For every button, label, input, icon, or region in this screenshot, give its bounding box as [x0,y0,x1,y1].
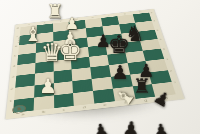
piece-black-pawn-captured: ♟ [152,121,170,134]
coord-label: c [54,107,75,112]
coord-label: b [33,109,54,114]
coord-label: h [156,95,177,100]
coord-label: f [115,100,136,105]
photo-scene: abcdefgh abcdefgh 87654321 87654321 ♞ ∗∗… [0,0,200,134]
piece-white-rook-c8[interactable]: ♜ [46,2,63,21]
coord-label: 2 [169,70,175,82]
coord-label: 1 [173,81,180,94]
coord-label: e [95,102,116,107]
coord-label: d [74,105,95,110]
brand-text: ∗∗∗ [17,37,22,44]
coord-label: 3 [166,59,172,70]
coord-label: 2 [9,88,13,101]
coord-label: 3 [11,76,15,88]
coord-label: g [135,98,156,103]
